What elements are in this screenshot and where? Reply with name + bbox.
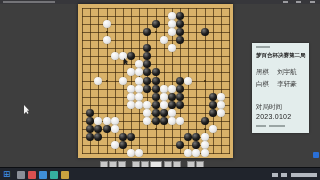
white-stone — [160, 36, 168, 44]
black-stone — [152, 101, 160, 109]
white-stone — [176, 117, 184, 125]
black-stone — [143, 77, 151, 85]
black-stone — [192, 141, 200, 149]
black-stone — [119, 141, 127, 149]
mouse-cursor — [24, 105, 30, 114]
white-stone — [127, 93, 135, 101]
white-stone — [119, 77, 127, 85]
black-stone — [176, 101, 184, 109]
white-stone — [160, 93, 168, 101]
white-stone — [103, 117, 111, 125]
black-stone — [176, 36, 184, 44]
black-stone — [152, 93, 160, 101]
white-stone — [127, 149, 135, 157]
white-stone — [168, 109, 176, 117]
white-stone — [143, 109, 151, 117]
white-stone — [217, 101, 225, 109]
white-stone — [127, 68, 135, 76]
tray-icon[interactable] — [272, 173, 278, 177]
black-stone — [176, 28, 184, 36]
white-stone — [168, 12, 176, 20]
white-stone — [192, 149, 200, 157]
taskbar-app-icon[interactable] — [28, 171, 36, 179]
taskbar-app-icon[interactable] — [50, 171, 58, 179]
white-stone — [111, 141, 119, 149]
black-stone — [103, 125, 111, 133]
black-stone — [209, 109, 217, 117]
white-stone — [111, 117, 119, 125]
white-stone — [135, 93, 143, 101]
go-board[interactable] — [78, 4, 233, 158]
black-stone — [152, 85, 160, 93]
black-stone — [94, 125, 102, 133]
window-title-text — [3, 1, 55, 3]
black-stone — [143, 44, 151, 52]
white-stone — [135, 60, 143, 68]
white-stone — [168, 85, 176, 93]
time-label: 对局时间 — [256, 102, 313, 111]
tray-icon[interactable] — [281, 173, 287, 177]
white-stone — [143, 117, 151, 125]
white-stone — [201, 133, 209, 141]
white-stone — [119, 52, 127, 60]
taskbar-app-icon[interactable] — [39, 171, 47, 179]
white-stone — [160, 101, 168, 109]
black-stone — [127, 52, 135, 60]
maximize-button[interactable] — [296, 1, 301, 3]
panel-small-print — [256, 46, 270, 48]
white-stone — [184, 149, 192, 157]
black-stone — [176, 93, 184, 101]
taskbar-app-icon[interactable] — [61, 171, 69, 179]
black-stone — [127, 133, 135, 141]
black-stone — [192, 133, 200, 141]
star-point — [106, 80, 108, 82]
white-stone — [135, 77, 143, 85]
black-stone — [152, 77, 160, 85]
black-stone — [209, 93, 217, 101]
black-stone — [86, 133, 94, 141]
white-stone — [168, 44, 176, 52]
white-stone — [201, 149, 209, 157]
black-stone — [143, 85, 151, 93]
game-date: 2023.0102 — [256, 112, 313, 120]
black-stone — [176, 20, 184, 28]
black-stone — [86, 109, 94, 117]
grid-line — [164, 8, 165, 154]
white-stone — [168, 28, 176, 36]
grid-line — [221, 8, 222, 154]
panel-small-print — [256, 125, 266, 127]
star-point — [155, 31, 157, 33]
star-point — [204, 80, 206, 82]
white-stone — [103, 20, 111, 28]
close-button[interactable] — [310, 1, 315, 3]
white-stone — [135, 149, 143, 157]
black-stone — [152, 109, 160, 117]
black-player: 黑棋 刘宇航 — [256, 67, 313, 76]
white-stone — [209, 125, 217, 133]
white-stone — [184, 77, 192, 85]
black-stone — [119, 133, 127, 141]
black-stone — [152, 20, 160, 28]
widget-icon[interactable] — [313, 152, 319, 158]
white-player: 白棋 李轩豪 — [256, 79, 313, 88]
star-point — [204, 128, 206, 130]
black-stone — [152, 117, 160, 125]
black-stone — [176, 85, 184, 93]
black-stone — [143, 68, 151, 76]
black-stone — [143, 52, 151, 60]
white-stone — [111, 125, 119, 133]
minimize-button[interactable] — [283, 1, 288, 3]
black-stone — [176, 141, 184, 149]
black-stone — [152, 68, 160, 76]
event-title: 梦百合杯决赛第二局 — [256, 51, 313, 59]
white-stone — [135, 85, 143, 93]
panel-small-print — [269, 125, 285, 127]
start-button[interactable]: ⊞ — [3, 170, 12, 179]
black-stone — [94, 133, 102, 141]
app-workspace: 梦百合杯决赛第二局 黑棋 刘宇航 白棋 李轩豪 对局时间 2023.0102 — [0, 4, 320, 167]
star-point — [106, 31, 108, 33]
screen: 梦百合杯决赛第二局 黑棋 刘宇航 白棋 李轩豪 对局时间 2023.0102 ⊞ — [0, 0, 320, 180]
taskbar: ⊞ — [0, 167, 320, 180]
black-stone — [201, 117, 209, 125]
white-stone — [201, 141, 209, 149]
game-info-panel: 梦百合杯决赛第二局 黑棋 刘宇航 白棋 李轩豪 对局时间 2023.0102 — [252, 43, 309, 133]
white-stone — [135, 68, 143, 76]
black-stone — [176, 77, 184, 85]
black-stone — [168, 93, 176, 101]
white-stone — [217, 109, 225, 117]
white-stone — [217, 93, 225, 101]
black-stone — [86, 125, 94, 133]
white-stone — [135, 101, 143, 109]
white-stone — [168, 20, 176, 28]
star-point — [155, 128, 157, 130]
black-stone — [176, 12, 184, 20]
taskbar-app-icon[interactable] — [17, 171, 25, 179]
white-stone — [143, 101, 151, 109]
white-stone — [127, 101, 135, 109]
taskbar-clock[interactable] — [291, 173, 317, 177]
black-stone — [209, 101, 217, 109]
black-stone — [160, 117, 168, 125]
black-stone — [201, 28, 209, 36]
grid-line — [229, 8, 230, 154]
black-stone — [143, 28, 151, 36]
white-stone — [168, 117, 176, 125]
black-stone — [160, 109, 168, 117]
black-stone — [86, 117, 94, 125]
black-stone — [168, 101, 176, 109]
white-stone — [103, 36, 111, 44]
black-stone — [184, 133, 192, 141]
white-stone — [94, 117, 102, 125]
white-stone — [160, 85, 168, 93]
white-stone — [111, 52, 119, 60]
white-stone — [127, 85, 135, 93]
white-stone — [94, 77, 102, 85]
black-stone — [143, 60, 151, 68]
